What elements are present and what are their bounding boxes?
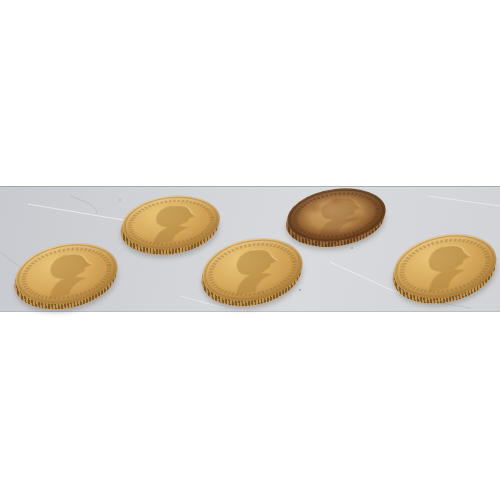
sovereign-4-upper-right	[283, 182, 388, 247]
sovereign-5-right	[388, 225, 500, 307]
coins-layer	[0, 0, 500, 500]
king-portrait-bust	[150, 203, 199, 244]
sovereign-1-left	[10, 234, 122, 312]
coin-rim-ring	[286, 185, 386, 246]
portrait-highlight	[337, 195, 361, 211]
king-portrait-bust	[421, 242, 476, 293]
sovereign-2-upper-left	[119, 190, 223, 255]
king-portrait-bust	[314, 195, 364, 236]
photo-canvas	[0, 0, 500, 500]
